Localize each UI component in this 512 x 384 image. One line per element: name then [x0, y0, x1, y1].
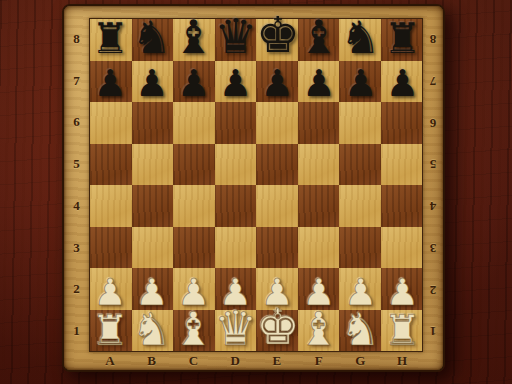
black-pawn-glyph: ♟ — [214, 65, 256, 102]
piece-white-bishop-c1[interactable]: ♝ — [173, 310, 215, 352]
piece-black-pawn-e7[interactable]: ♟ — [256, 60, 298, 102]
piece-black-pawn-h7[interactable]: ♟ — [381, 60, 423, 102]
square-b4[interactable] — [132, 185, 174, 227]
black-pawn-glyph: ♟ — [131, 65, 173, 102]
piece-black-rook-h8[interactable]: ♜ — [381, 18, 423, 60]
square-g4[interactable] — [339, 185, 381, 227]
square-b6[interactable] — [132, 102, 174, 144]
piece-white-rook-h1[interactable]: ♜ — [381, 310, 423, 352]
rank-label-right-1: 1 — [421, 310, 445, 352]
square-h6[interactable] — [381, 102, 423, 144]
chess-board: 8877665544332211ABCDEFGH ♜♞♝♛♚♝♞♜♟♟♟♟♟♟♟… — [62, 4, 445, 372]
square-a5[interactable] — [90, 144, 132, 186]
black-pawn-glyph: ♟ — [173, 65, 215, 102]
piece-black-knight-g8[interactable]: ♞ — [340, 18, 382, 60]
black-bishop-glyph: ♝ — [173, 14, 215, 60]
black-pawn-glyph: ♟ — [298, 65, 340, 102]
black-pawn-glyph: ♟ — [381, 65, 423, 102]
square-c5[interactable] — [173, 144, 215, 186]
black-king-glyph: ♚ — [256, 11, 298, 60]
square-d4[interactable] — [215, 185, 257, 227]
square-e4[interactable] — [256, 185, 298, 227]
piece-white-knight-b1[interactable]: ♞ — [131, 310, 173, 352]
white-knight-glyph: ♞ — [131, 307, 173, 352]
square-a6[interactable] — [90, 102, 132, 144]
square-e3[interactable] — [256, 227, 298, 269]
rank-label-left-3: 3 — [64, 227, 89, 269]
rank-label-left-8: 8 — [64, 18, 89, 60]
square-h3[interactable] — [381, 227, 423, 269]
rank-label-right-8: 8 — [421, 18, 445, 60]
rank-label-right-4: 4 — [421, 185, 445, 227]
square-f4[interactable] — [298, 185, 340, 227]
square-c6[interactable] — [173, 102, 215, 144]
white-bishop-glyph: ♝ — [298, 306, 340, 352]
white-bishop-glyph: ♝ — [173, 306, 215, 352]
square-d3[interactable] — [215, 227, 257, 269]
white-king-glyph: ♚ — [256, 303, 298, 352]
rank-label-left-6: 6 — [64, 102, 89, 144]
square-e6[interactable] — [256, 102, 298, 144]
piece-black-pawn-d7[interactable]: ♟ — [214, 60, 256, 102]
white-knight-glyph: ♞ — [340, 307, 382, 352]
white-pawn-glyph: ♟ — [381, 274, 423, 311]
square-g6[interactable] — [339, 102, 381, 144]
black-knight-glyph: ♞ — [131, 15, 173, 60]
square-g3[interactable] — [339, 227, 381, 269]
black-pawn-glyph: ♟ — [256, 65, 298, 102]
piece-black-rook-a8[interactable]: ♜ — [89, 18, 131, 60]
black-rook-glyph: ♜ — [89, 18, 131, 60]
square-c3[interactable] — [173, 227, 215, 269]
piece-black-bishop-f8[interactable]: ♝ — [298, 18, 340, 60]
piece-white-rook-a1[interactable]: ♜ — [89, 310, 131, 352]
square-h4[interactable] — [381, 185, 423, 227]
square-d5[interactable] — [215, 144, 257, 186]
rank-label-left-5: 5 — [64, 143, 89, 185]
black-pawn-glyph: ♟ — [89, 65, 131, 102]
square-c4[interactable] — [173, 185, 215, 227]
square-h5[interactable] — [381, 144, 423, 186]
rank-label-left-2: 2 — [64, 269, 89, 311]
piece-white-bishop-f1[interactable]: ♝ — [298, 310, 340, 352]
square-a4[interactable] — [90, 185, 132, 227]
black-knight-glyph: ♞ — [340, 15, 382, 60]
black-bishop-glyph: ♝ — [298, 14, 340, 60]
piece-black-pawn-b7[interactable]: ♟ — [131, 60, 173, 102]
rank-label-right-2: 2 — [421, 269, 445, 311]
game-screen: 8877665544332211ABCDEFGH ♜♞♝♛♚♝♞♜♟♟♟♟♟♟♟… — [0, 0, 512, 384]
square-b3[interactable] — [132, 227, 174, 269]
piece-black-bishop-c8[interactable]: ♝ — [173, 18, 215, 60]
rank-label-left-4: 4 — [64, 185, 89, 227]
piece-black-king-e8[interactable]: ♚ — [256, 18, 298, 60]
square-f6[interactable] — [298, 102, 340, 144]
square-f5[interactable] — [298, 144, 340, 186]
piece-black-pawn-g7[interactable]: ♟ — [340, 60, 382, 102]
piece-black-pawn-a7[interactable]: ♟ — [89, 60, 131, 102]
piece-white-pawn-a2[interactable]: ♟ — [89, 269, 131, 311]
black-pawn-glyph: ♟ — [340, 65, 382, 102]
white-pawn-glyph: ♟ — [89, 274, 131, 311]
rank-label-right-3: 3 — [421, 227, 445, 269]
square-b5[interactable] — [132, 144, 174, 186]
rank-label-right-5: 5 — [421, 143, 445, 185]
white-queen-glyph: ♛ — [214, 304, 256, 352]
piece-white-king-e1[interactable]: ♚ — [256, 310, 298, 352]
piece-black-queen-d8[interactable]: ♛ — [214, 18, 256, 60]
piece-black-pawn-f7[interactable]: ♟ — [298, 60, 340, 102]
square-a3[interactable] — [90, 227, 132, 269]
piece-black-knight-b8[interactable]: ♞ — [131, 18, 173, 60]
rank-label-left-1: 1 — [64, 310, 89, 352]
white-rook-glyph: ♜ — [381, 310, 423, 352]
black-rook-glyph: ♜ — [381, 18, 423, 60]
square-d6[interactable] — [215, 102, 257, 144]
rank-label-right-7: 7 — [421, 60, 445, 102]
piece-white-queen-d1[interactable]: ♛ — [214, 310, 256, 352]
square-e5[interactable] — [256, 144, 298, 186]
piece-white-pawn-h2[interactable]: ♟ — [381, 269, 423, 311]
black-queen-glyph: ♛ — [214, 12, 256, 60]
piece-white-knight-g1[interactable]: ♞ — [340, 310, 382, 352]
white-rook-glyph: ♜ — [89, 310, 131, 352]
square-g5[interactable] — [339, 144, 381, 186]
square-f3[interactable] — [298, 227, 340, 269]
rank-label-right-6: 6 — [421, 102, 445, 144]
rank-label-left-7: 7 — [64, 60, 89, 102]
piece-black-pawn-c7[interactable]: ♟ — [173, 60, 215, 102]
